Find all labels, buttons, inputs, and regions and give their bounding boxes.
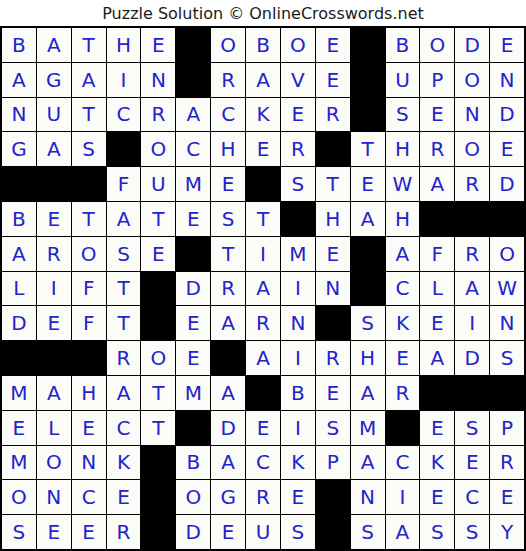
- letter-cell-r7c12: A: [386, 237, 420, 271]
- letter-cell-r13c11: A: [351, 446, 385, 480]
- letter-cell-r3c9: E: [281, 98, 315, 132]
- letter-cell-r1c15: E: [490, 28, 524, 62]
- letter-cell-r8c13: L: [420, 272, 454, 306]
- letter-cell-r9c6: E: [176, 306, 210, 340]
- letter-cell-r10c13: A: [420, 341, 454, 375]
- letter-cell-r8c7: R: [211, 272, 245, 306]
- letter-cell-r2c4: I: [107, 63, 141, 97]
- letter-cell-r14c12: I: [386, 480, 420, 514]
- letter-cell-r8c10: N: [316, 272, 350, 306]
- block-cell-r10c2: [37, 341, 71, 375]
- letter-cell-r8c9: I: [281, 272, 315, 306]
- block-cell-r2c6: [176, 63, 210, 97]
- letter-cell-r2c7: R: [211, 63, 245, 97]
- letter-cell-r11c9: B: [281, 376, 315, 410]
- letter-cell-r3c7: C: [211, 98, 245, 132]
- block-cell-r5c2: [37, 167, 71, 201]
- letter-cell-r3c8: K: [246, 98, 280, 132]
- letter-cell-r8c14: A: [455, 272, 489, 306]
- block-cell-r7c6: [176, 237, 210, 271]
- block-cell-r6c9: [281, 202, 315, 236]
- letter-cell-r4c13: R: [420, 132, 454, 166]
- letter-cell-r14c15: E: [490, 480, 524, 514]
- letter-cell-r11c2: A: [37, 376, 71, 410]
- letter-cell-r11c1: M: [2, 376, 36, 410]
- letter-cell-r9c11: S: [351, 306, 385, 340]
- letter-cell-r6c5: T: [141, 202, 175, 236]
- letter-cell-r5c5: U: [141, 167, 175, 201]
- letter-cell-r1c12: B: [386, 28, 420, 62]
- letter-cell-r15c13: S: [420, 515, 454, 549]
- letter-cell-r8c4: T: [107, 272, 141, 306]
- letter-cell-r6c8: T: [246, 202, 280, 236]
- letter-cell-r7c5: E: [141, 237, 175, 271]
- letter-cell-r14c2: N: [37, 480, 71, 514]
- letter-cell-r2c2: G: [37, 63, 71, 97]
- letter-cell-r13c8: C: [246, 446, 280, 480]
- letter-cell-r3c15: D: [490, 98, 524, 132]
- letter-cell-r7c8: I: [246, 237, 280, 271]
- letter-cell-r15c11: S: [351, 515, 385, 549]
- letter-cell-r7c15: O: [490, 237, 524, 271]
- letter-cell-r12c11: M: [351, 411, 385, 445]
- letter-cell-r9c4: T: [107, 306, 141, 340]
- letter-cell-r4c9: R: [281, 132, 315, 166]
- letter-cell-r12c3: E: [72, 411, 106, 445]
- letter-cell-r12c2: L: [37, 411, 71, 445]
- letter-cell-r15c1: S: [2, 515, 36, 549]
- letter-cell-r4c2: A: [37, 132, 71, 166]
- block-cell-r4c4: [107, 132, 141, 166]
- letter-cell-r13c13: K: [420, 446, 454, 480]
- letter-cell-r15c8: U: [246, 515, 280, 549]
- letter-cell-r7c3: O: [72, 237, 106, 271]
- letter-cell-r8c3: F: [72, 272, 106, 306]
- letter-cell-r12c4: C: [107, 411, 141, 445]
- letter-cell-r14c6: O: [176, 480, 210, 514]
- letter-cell-r2c10: E: [316, 63, 350, 97]
- letter-cell-r11c10: E: [316, 376, 350, 410]
- letter-cell-r3c13: E: [420, 98, 454, 132]
- letter-cell-r10c4: R: [107, 341, 141, 375]
- page-title: Puzzle Solution © OnlineCrosswords.net: [0, 0, 526, 26]
- letter-cell-r12c5: T: [141, 411, 175, 445]
- letter-cell-r4c6: C: [176, 132, 210, 166]
- letter-cell-r13c2: O: [37, 446, 71, 480]
- letter-cell-r4c5: O: [141, 132, 175, 166]
- block-cell-r14c10: [316, 480, 350, 514]
- letter-cell-r13c1: M: [2, 446, 36, 480]
- letter-cell-r1c8: B: [246, 28, 280, 62]
- block-cell-r8c11: [351, 272, 385, 306]
- letter-cell-r13c3: N: [72, 446, 106, 480]
- letter-cell-r12c13: E: [420, 411, 454, 445]
- letter-cell-r15c2: E: [37, 515, 71, 549]
- letter-cell-r7c7: T: [211, 237, 245, 271]
- letter-cell-r15c14: S: [455, 515, 489, 549]
- block-cell-r14c5: [141, 480, 175, 514]
- letter-cell-r5c10: T: [316, 167, 350, 201]
- letter-cell-r8c8: A: [246, 272, 280, 306]
- letter-cell-r12c7: D: [211, 411, 245, 445]
- letter-cell-r14c11: N: [351, 480, 385, 514]
- letter-cell-r5c15: D: [490, 167, 524, 201]
- letter-cell-r15c9: S: [281, 515, 315, 549]
- letter-cell-r15c6: D: [176, 515, 210, 549]
- letter-cell-r1c5: E: [141, 28, 175, 62]
- letter-cell-r3c10: R: [316, 98, 350, 132]
- block-cell-r8c5: [141, 272, 175, 306]
- letter-cell-r7c2: R: [37, 237, 71, 271]
- letter-cell-r14c3: C: [72, 480, 106, 514]
- letter-cell-r3c12: S: [386, 98, 420, 132]
- letter-cell-r14c7: G: [211, 480, 245, 514]
- letter-cell-r4c12: H: [386, 132, 420, 166]
- letter-cell-r5c4: F: [107, 167, 141, 201]
- letter-cell-r12c1: E: [2, 411, 36, 445]
- letter-cell-r3c3: T: [72, 98, 106, 132]
- letter-cell-r15c15: Y: [490, 515, 524, 549]
- letter-cell-r6c7: S: [211, 202, 245, 236]
- letter-cell-r12c15: P: [490, 411, 524, 445]
- letter-cell-r5c12: W: [386, 167, 420, 201]
- letter-cell-r7c14: R: [455, 237, 489, 271]
- letter-cell-r2c8: A: [246, 63, 280, 97]
- letter-cell-r5c14: R: [455, 167, 489, 201]
- block-cell-r13c5: [141, 446, 175, 480]
- letter-cell-r7c10: E: [316, 237, 350, 271]
- letter-cell-r15c3: E: [72, 515, 106, 549]
- letter-cell-r4c14: O: [455, 132, 489, 166]
- letter-cell-r3c4: C: [107, 98, 141, 132]
- letter-cell-r4c8: E: [246, 132, 280, 166]
- block-cell-r5c8: [246, 167, 280, 201]
- block-cell-r10c3: [72, 341, 106, 375]
- letter-cell-r2c3: A: [72, 63, 106, 97]
- letter-cell-r8c15: W: [490, 272, 524, 306]
- letter-cell-r7c1: A: [2, 237, 36, 271]
- letter-cell-r7c4: S: [107, 237, 141, 271]
- letter-cell-r1c7: O: [211, 28, 245, 62]
- letter-cell-r8c12: C: [386, 272, 420, 306]
- letter-cell-r14c14: C: [455, 480, 489, 514]
- letter-cell-r1c13: O: [420, 28, 454, 62]
- letter-cell-r10c12: E: [386, 341, 420, 375]
- letter-cell-r9c12: K: [386, 306, 420, 340]
- letter-cell-r1c4: H: [107, 28, 141, 62]
- letter-cell-r9c1: D: [2, 306, 36, 340]
- block-cell-r1c6: [176, 28, 210, 62]
- block-cell-r12c12: [386, 411, 420, 445]
- letter-cell-r1c9: O: [281, 28, 315, 62]
- letter-cell-r8c2: I: [37, 272, 71, 306]
- letter-cell-r2c5: N: [141, 63, 175, 97]
- letter-cell-r1c10: E: [316, 28, 350, 62]
- letter-cell-r14c4: E: [107, 480, 141, 514]
- letter-cell-r13c4: K: [107, 446, 141, 480]
- letter-cell-r2c13: P: [420, 63, 454, 97]
- letter-cell-r3c5: R: [141, 98, 175, 132]
- letter-cell-r12c9: I: [281, 411, 315, 445]
- letter-cell-r4c1: G: [2, 132, 36, 166]
- letter-cell-r10c9: I: [281, 341, 315, 375]
- letter-cell-r6c6: E: [176, 202, 210, 236]
- letter-cell-r13c6: B: [176, 446, 210, 480]
- letter-cell-r3c14: N: [455, 98, 489, 132]
- letter-cell-r5c9: S: [281, 167, 315, 201]
- letter-cell-r11c5: T: [141, 376, 175, 410]
- letter-cell-r1c3: T: [72, 28, 106, 62]
- letter-cell-r5c7: E: [211, 167, 245, 201]
- block-cell-r10c1: [2, 341, 36, 375]
- block-cell-r3c11: [351, 98, 385, 132]
- letter-cell-r6c12: H: [386, 202, 420, 236]
- letter-cell-r6c2: E: [37, 202, 71, 236]
- letter-cell-r13c9: K: [281, 446, 315, 480]
- letter-cell-r9c14: I: [455, 306, 489, 340]
- letter-cell-r9c8: R: [246, 306, 280, 340]
- block-cell-r9c5: [141, 306, 175, 340]
- letter-cell-r8c6: D: [176, 272, 210, 306]
- letter-cell-r9c13: E: [420, 306, 454, 340]
- letter-cell-r10c5: O: [141, 341, 175, 375]
- letter-cell-r12c14: S: [455, 411, 489, 445]
- crossword-grid: BATHEOBOEBODEAGAINRAVEUPONNUTCRACKERSEND…: [0, 26, 526, 551]
- letter-cell-r15c12: A: [386, 515, 420, 549]
- letter-cell-r10c10: R: [316, 341, 350, 375]
- letter-cell-r1c2: A: [37, 28, 71, 62]
- block-cell-r11c14: [455, 376, 489, 410]
- block-cell-r5c1: [2, 167, 36, 201]
- letter-cell-r11c6: M: [176, 376, 210, 410]
- letter-cell-r4c7: H: [211, 132, 245, 166]
- letter-cell-r4c15: E: [490, 132, 524, 166]
- letter-cell-r10c8: A: [246, 341, 280, 375]
- letter-cell-r6c1: B: [2, 202, 36, 236]
- letter-cell-r9c3: F: [72, 306, 106, 340]
- letter-cell-r7c9: M: [281, 237, 315, 271]
- letter-cell-r10c6: E: [176, 341, 210, 375]
- letter-cell-r5c11: E: [351, 167, 385, 201]
- letter-cell-r14c8: R: [246, 480, 280, 514]
- letter-cell-r2c1: A: [2, 63, 36, 97]
- letter-cell-r10c14: D: [455, 341, 489, 375]
- block-cell-r6c14: [455, 202, 489, 236]
- letter-cell-r12c8: E: [246, 411, 280, 445]
- letter-cell-r11c7: A: [211, 376, 245, 410]
- block-cell-r2c11: [351, 63, 385, 97]
- letter-cell-r2c14: O: [455, 63, 489, 97]
- block-cell-r10c7: [211, 341, 245, 375]
- letter-cell-r12c10: S: [316, 411, 350, 445]
- letter-cell-r3c2: U: [37, 98, 71, 132]
- letter-cell-r7c13: F: [420, 237, 454, 271]
- letter-cell-r6c4: A: [107, 202, 141, 236]
- letter-cell-r5c13: A: [420, 167, 454, 201]
- letter-cell-r4c11: T: [351, 132, 385, 166]
- letter-cell-r13c12: C: [386, 446, 420, 480]
- block-cell-r9c10: [316, 306, 350, 340]
- block-cell-r7c11: [351, 237, 385, 271]
- letter-cell-r9c7: A: [211, 306, 245, 340]
- letter-cell-r2c9: V: [281, 63, 315, 97]
- letter-cell-r9c15: N: [490, 306, 524, 340]
- letter-cell-r13c7: A: [211, 446, 245, 480]
- letter-cell-r10c15: S: [490, 341, 524, 375]
- block-cell-r12c6: [176, 411, 210, 445]
- block-cell-r11c15: [490, 376, 524, 410]
- letter-cell-r15c4: R: [107, 515, 141, 549]
- letter-cell-r11c3: H: [72, 376, 106, 410]
- block-cell-r11c8: [246, 376, 280, 410]
- letter-cell-r1c1: B: [2, 28, 36, 62]
- letter-cell-r3c6: A: [176, 98, 210, 132]
- letter-cell-r9c9: N: [281, 306, 315, 340]
- block-cell-r6c15: [490, 202, 524, 236]
- letter-cell-r15c7: E: [211, 515, 245, 549]
- letter-cell-r14c1: O: [2, 480, 36, 514]
- letter-cell-r11c4: A: [107, 376, 141, 410]
- block-cell-r5c3: [72, 167, 106, 201]
- block-cell-r15c10: [316, 515, 350, 549]
- letter-cell-r5c6: M: [176, 167, 210, 201]
- letter-cell-r13c14: E: [455, 446, 489, 480]
- letter-cell-r11c12: R: [386, 376, 420, 410]
- letter-cell-r6c10: H: [316, 202, 350, 236]
- letter-cell-r2c12: U: [386, 63, 420, 97]
- letter-cell-r6c11: A: [351, 202, 385, 236]
- letter-cell-r11c11: A: [351, 376, 385, 410]
- block-cell-r15c5: [141, 515, 175, 549]
- letter-cell-r8c1: L: [2, 272, 36, 306]
- letter-cell-r14c13: E: [420, 480, 454, 514]
- letter-cell-r2c15: N: [490, 63, 524, 97]
- block-cell-r6c13: [420, 202, 454, 236]
- block-cell-r4c10: [316, 132, 350, 166]
- letter-cell-r13c15: R: [490, 446, 524, 480]
- letter-cell-r3c1: N: [2, 98, 36, 132]
- letter-cell-r1c14: D: [455, 28, 489, 62]
- block-cell-r1c11: [351, 28, 385, 62]
- letter-cell-r9c2: E: [37, 306, 71, 340]
- letter-cell-r6c3: T: [72, 202, 106, 236]
- letter-cell-r4c3: S: [72, 132, 106, 166]
- letter-cell-r14c9: E: [281, 480, 315, 514]
- letter-cell-r10c11: H: [351, 341, 385, 375]
- letter-cell-r13c10: P: [316, 446, 350, 480]
- block-cell-r11c13: [420, 376, 454, 410]
